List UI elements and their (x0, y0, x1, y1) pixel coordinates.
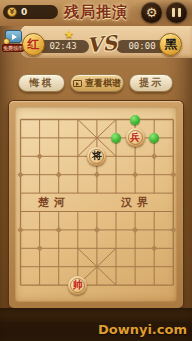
view-record-label: 查看棋谱 (85, 77, 121, 90)
view-record-button[interactable]: 查看棋谱 (70, 74, 124, 92)
free-coins-video-button[interactable]: 免费领币 (2, 30, 24, 53)
move-hint-dot[interactable] (130, 115, 140, 125)
river-label-right: 汉界 (121, 195, 153, 210)
piece-glyph: 帅 (73, 280, 83, 290)
river-label-left: 楚河 (38, 195, 70, 210)
xiangqi-endgame-app: ¥ 0 残局推演 ⚙ 免费领币 红 02:43 ★ VS 00:00 黑 悔棋 … (0, 0, 192, 341)
settings-button[interactable]: ⚙ (141, 2, 162, 23)
gear-icon: ⚙ (146, 6, 158, 19)
piece-glyph: 将 (92, 151, 102, 161)
watermark: Downyi.com (98, 322, 187, 337)
piece-red-soldier[interactable]: 兵 (126, 128, 145, 147)
star-icon: ★ (64, 28, 74, 41)
move-hint-dot[interactable] (111, 133, 121, 143)
vs-label: VS (84, 30, 120, 57)
red-player-badge: 红 (22, 33, 45, 56)
pause-button[interactable] (166, 2, 187, 23)
undo-button[interactable]: 悔棋 (18, 74, 65, 92)
piece-glyph: 兵 (130, 133, 140, 143)
play-icon (12, 34, 17, 40)
black-player-badge: 黑 (159, 33, 182, 56)
page-title: 残局推演 (50, 3, 142, 22)
footer-band: Downyi.com (0, 308, 192, 341)
coin-count: 0 (21, 7, 27, 17)
coin-icon: ¥ (7, 7, 17, 17)
screen-icon (73, 80, 82, 87)
board-frame: 楚河 汉界 兵将帅 (9, 101, 183, 308)
top-bar: ¥ 0 残局推演 ⚙ (0, 0, 192, 26)
video-ad-label: 免费领币 (2, 44, 24, 52)
piece-red-general[interactable]: 帅 (68, 276, 87, 295)
hint-button[interactable]: 提示 (129, 74, 173, 92)
board-surface[interactable]: 楚河 汉界 兵将帅 (15, 107, 177, 302)
pause-icon (171, 8, 183, 17)
